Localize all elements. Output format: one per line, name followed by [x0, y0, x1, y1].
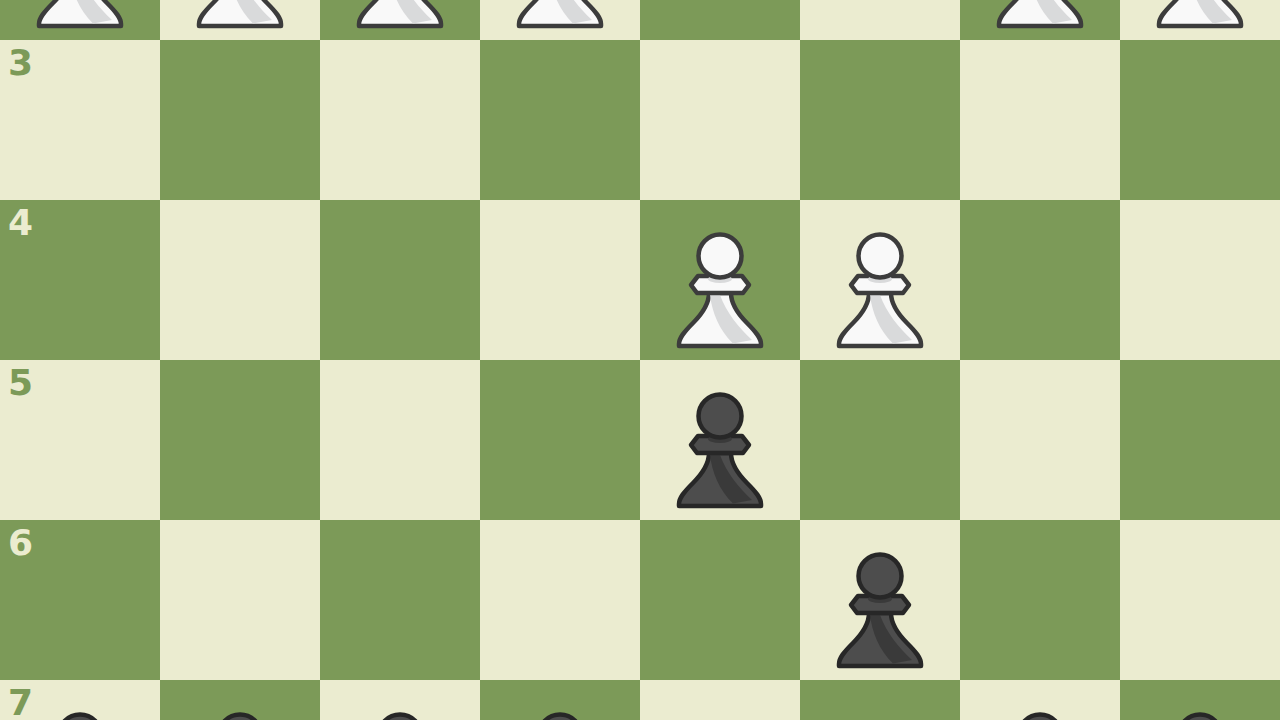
piece-white-pawn-c4[interactable] — [800, 200, 960, 360]
square-f7[interactable] — [320, 680, 480, 720]
piece-black-pawn-d5[interactable] — [640, 360, 800, 520]
square-h7[interactable]: 7 — [0, 680, 160, 720]
rank-label-4: 4 — [8, 205, 33, 241]
square-e3[interactable] — [480, 40, 640, 200]
square-f6[interactable] — [320, 520, 480, 680]
square-a4[interactable] — [1120, 200, 1280, 360]
piece-black-pawn-h7[interactable] — [0, 680, 160, 720]
square-b5[interactable] — [960, 360, 1120, 520]
square-d2[interactable] — [640, 0, 800, 40]
square-d3[interactable] — [640, 40, 800, 200]
square-h5[interactable]: 5 — [0, 360, 160, 520]
piece-white-pawn-a2[interactable] — [1120, 0, 1280, 40]
rank-label-5: 5 — [8, 365, 33, 401]
square-h2[interactable]: 2 — [0, 0, 160, 40]
square-g3[interactable] — [160, 40, 320, 200]
square-a6[interactable] — [1120, 520, 1280, 680]
square-a7[interactable] — [1120, 680, 1280, 720]
square-g6[interactable] — [160, 520, 320, 680]
square-a5[interactable] — [1120, 360, 1280, 520]
square-f4[interactable] — [320, 200, 480, 360]
square-b3[interactable] — [960, 40, 1120, 200]
rank-label-3: 3 — [8, 45, 33, 81]
piece-white-pawn-h2[interactable] — [0, 0, 160, 40]
square-g2[interactable] — [160, 0, 320, 40]
square-b6[interactable] — [960, 520, 1120, 680]
piece-white-pawn-g2[interactable] — [160, 0, 320, 40]
piece-black-pawn-a7[interactable] — [1120, 680, 1280, 720]
square-b4[interactable] — [960, 200, 1120, 360]
square-b2[interactable] — [960, 0, 1120, 40]
square-f3[interactable] — [320, 40, 480, 200]
square-d4[interactable] — [640, 200, 800, 360]
square-a2[interactable] — [1120, 0, 1280, 40]
piece-black-pawn-f7[interactable] — [320, 680, 480, 720]
square-c4[interactable] — [800, 200, 960, 360]
rank-label-6: 6 — [8, 525, 33, 561]
piece-black-pawn-b7[interactable] — [960, 680, 1120, 720]
board-viewport: 1♖♘♗♔♕♗♘♖2345678♜♞♝♚♛♝♞♜ — [0, 0, 1280, 720]
square-f2[interactable] — [320, 0, 480, 40]
square-g4[interactable] — [160, 200, 320, 360]
square-g7[interactable] — [160, 680, 320, 720]
square-g5[interactable] — [160, 360, 320, 520]
square-d6[interactable] — [640, 520, 800, 680]
square-c6[interactable] — [800, 520, 960, 680]
piece-black-pawn-e7[interactable] — [480, 680, 640, 720]
square-h3[interactable]: 3 — [0, 40, 160, 200]
piece-white-pawn-b2[interactable] — [960, 0, 1120, 40]
piece-black-pawn-c6[interactable] — [800, 520, 960, 680]
square-c2[interactable] — [800, 0, 960, 40]
square-h4[interactable]: 4 — [0, 200, 160, 360]
square-e5[interactable] — [480, 360, 640, 520]
piece-white-pawn-e2[interactable] — [480, 0, 640, 40]
square-c5[interactable] — [800, 360, 960, 520]
square-h6[interactable]: 6 — [0, 520, 160, 680]
piece-white-pawn-d4[interactable] — [640, 200, 800, 360]
square-f5[interactable] — [320, 360, 480, 520]
square-e6[interactable] — [480, 520, 640, 680]
square-e7[interactable] — [480, 680, 640, 720]
square-e2[interactable] — [480, 0, 640, 40]
square-c3[interactable] — [800, 40, 960, 200]
square-d7[interactable] — [640, 680, 800, 720]
piece-white-pawn-f2[interactable] — [320, 0, 480, 40]
square-c7[interactable] — [800, 680, 960, 720]
square-e4[interactable] — [480, 200, 640, 360]
square-a3[interactable] — [1120, 40, 1280, 200]
piece-black-pawn-g7[interactable] — [160, 680, 320, 720]
square-d5[interactable] — [640, 360, 800, 520]
square-b7[interactable] — [960, 680, 1120, 720]
chess-board: 1♖♘♗♔♕♗♘♖2345678♜♞♝♚♛♝♞♜ — [0, 0, 1280, 720]
